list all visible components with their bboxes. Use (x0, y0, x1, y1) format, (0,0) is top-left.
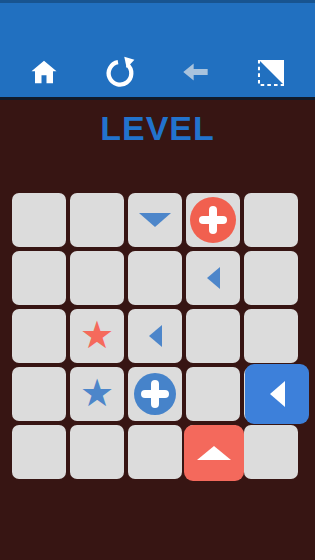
cell-r1c3[interactable] (128, 193, 182, 247)
cell-r4c4[interactable] (186, 367, 240, 421)
back-arrow-icon (179, 56, 211, 88)
cell-r2c5[interactable] (244, 251, 298, 305)
cell-r3c4[interactable] (186, 309, 240, 363)
cell-r4c3[interactable] (128, 367, 182, 421)
arrow-up-icon (197, 446, 231, 460)
cell-r2c4[interactable] (186, 251, 240, 305)
cell-r2c2[interactable] (70, 251, 124, 305)
arrow-down-icon (139, 213, 171, 227)
cell-r4c2[interactable]: ★ (70, 367, 124, 421)
game-screen: LEVEL ★★ (0, 0, 315, 560)
cell-r5c5[interactable] (244, 425, 298, 479)
cell-r5c2[interactable] (70, 425, 124, 479)
cell-r4c5[interactable] (244, 367, 298, 421)
arrow-left-icon (207, 267, 220, 289)
cell-r3c1[interactable] (12, 309, 66, 363)
cell-r4c1[interactable] (12, 367, 66, 421)
cell-r5c4[interactable] (186, 425, 240, 479)
cell-r1c1[interactable] (12, 193, 66, 247)
page-title: LEVEL (0, 109, 315, 148)
cell-r3c2[interactable]: ★ (70, 309, 124, 363)
cell-r2c1[interactable] (12, 251, 66, 305)
cell-r5c1[interactable] (12, 425, 66, 479)
fold-corner-icon (256, 57, 287, 88)
back-button[interactable] (177, 55, 213, 89)
movable-block-blue[interactable] (245, 364, 309, 424)
fold-hint-button[interactable] (253, 55, 289, 89)
cell-r1c4[interactable] (186, 193, 240, 247)
cell-r5c3[interactable] (128, 425, 182, 479)
header (0, 0, 315, 100)
restart-button[interactable] (102, 55, 138, 89)
cell-r2c3[interactable] (128, 251, 182, 305)
plus-glyph (199, 206, 227, 234)
star-blue-icon: ★ (80, 374, 114, 412)
arrow-left-icon (149, 325, 162, 347)
cell-r3c3[interactable] (128, 309, 182, 363)
home-icon (29, 57, 59, 87)
star-red-icon: ★ (80, 316, 114, 354)
plus-blue-icon (134, 373, 176, 415)
board: ★★ (12, 193, 298, 479)
cell-r1c2[interactable] (70, 193, 124, 247)
cell-r1c5[interactable] (244, 193, 298, 247)
plus-red-icon (190, 197, 236, 243)
home-button[interactable] (26, 55, 62, 89)
plus-glyph (141, 380, 169, 408)
movable-block-red[interactable] (184, 425, 244, 481)
arrow-left-icon (270, 381, 285, 407)
restart-icon (104, 56, 136, 88)
cell-r3c5[interactable] (244, 309, 298, 363)
